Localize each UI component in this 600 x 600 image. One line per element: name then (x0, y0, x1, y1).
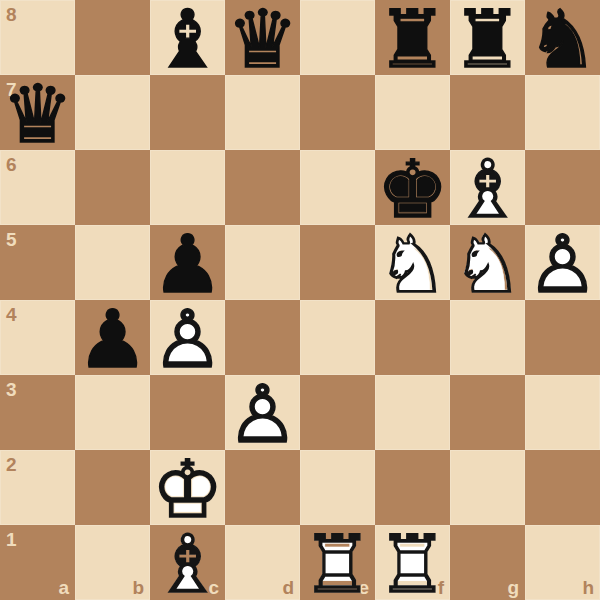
square-f5[interactable]: ♞♘ (375, 225, 450, 300)
square-g6[interactable]: ♝♗ (450, 150, 525, 225)
square-a8[interactable]: 8 (0, 0, 75, 75)
square-d3[interactable]: ♟♙ (225, 375, 300, 450)
square-c8[interactable]: ♝ (150, 0, 225, 75)
piece-glyph-outline: ♖ (300, 527, 375, 600)
square-c7[interactable] (150, 75, 225, 150)
piece-glyph-fill: ♟ (150, 302, 225, 377)
piece-glyph-fill: ♚ (150, 452, 225, 527)
square-b3[interactable] (75, 375, 150, 450)
piece-glyph-fill: ♝ (450, 152, 525, 227)
square-e1[interactable]: e♜♖ (300, 525, 375, 600)
piece-glyph-outline: ♔ (150, 452, 225, 527)
square-d8[interactable]: ♛ (225, 0, 300, 75)
piece-glyph-outline: ♘ (375, 227, 450, 302)
square-d6[interactable] (225, 150, 300, 225)
square-f7[interactable] (375, 75, 450, 150)
rank-label-8: 8 (6, 5, 17, 24)
square-c5[interactable]: ♟ (150, 225, 225, 300)
square-d5[interactable] (225, 225, 300, 300)
piece-glyph-fill: ♜ (300, 527, 375, 600)
piece-glyph-outline: ♙ (150, 302, 225, 377)
piece-glyph-outline: ♙ (225, 377, 300, 452)
square-h4[interactable] (525, 300, 600, 375)
piece-glyph-fill: ♝ (150, 527, 225, 600)
piece-white-pawn-h5[interactable]: ♟♙ (525, 225, 600, 300)
piece-glyph-outline: ♙ (525, 227, 600, 302)
piece-white-rook-e1[interactable]: ♜♖ (300, 525, 375, 600)
square-a5[interactable]: 5 (0, 225, 75, 300)
piece-glyph-fill: ♝ (150, 2, 225, 77)
piece-white-pawn-c4[interactable]: ♟♙ (150, 300, 225, 375)
rank-label-3: 3 (6, 380, 17, 399)
piece-white-pawn-d3[interactable]: ♟♙ (225, 375, 300, 450)
piece-black-rook-f8[interactable]: ♜ (375, 0, 450, 75)
piece-glyph-outline: ♗ (150, 527, 225, 600)
square-a6[interactable]: 6 (0, 150, 75, 225)
square-c3[interactable] (150, 375, 225, 450)
square-b6[interactable] (75, 150, 150, 225)
square-h7[interactable] (525, 75, 600, 150)
square-a2[interactable]: 2 (0, 450, 75, 525)
piece-black-bishop-c8[interactable]: ♝ (150, 0, 225, 75)
square-e7[interactable] (300, 75, 375, 150)
square-g3[interactable] (450, 375, 525, 450)
piece-white-bishop-c1[interactable]: ♝♗ (150, 525, 225, 600)
square-b4[interactable]: ♟ (75, 300, 150, 375)
piece-glyph-fill: ♛ (0, 77, 75, 152)
square-h6[interactable] (525, 150, 600, 225)
square-f8[interactable]: ♜ (375, 0, 450, 75)
square-g2[interactable] (450, 450, 525, 525)
piece-black-queen-a7[interactable]: ♛ (0, 75, 75, 150)
square-f2[interactable] (375, 450, 450, 525)
square-e8[interactable] (300, 0, 375, 75)
file-label-a: a (58, 578, 69, 597)
piece-glyph-fill: ♜ (450, 2, 525, 77)
square-d7[interactable] (225, 75, 300, 150)
chess-board: 8♝♛♜♜♞7♛6♚♝♗5♟♞♘♞♘♟♙4♟♟♙3♟♙2♚♔1abc♝♗de♜♖… (0, 0, 600, 600)
piece-glyph-fill: ♟ (75, 302, 150, 377)
piece-glyph-fill: ♜ (375, 527, 450, 600)
piece-white-rook-f1[interactable]: ♜♖ (375, 525, 450, 600)
piece-glyph-fill: ♛ (225, 2, 300, 77)
square-d2[interactable] (225, 450, 300, 525)
square-a3[interactable]: 3 (0, 375, 75, 450)
piece-black-king-f6[interactable]: ♚ (375, 150, 450, 225)
piece-white-knight-g5[interactable]: ♞♘ (450, 225, 525, 300)
rank-label-4: 4 (6, 305, 17, 324)
square-a1[interactable]: 1a (0, 525, 75, 600)
square-c4[interactable]: ♟♙ (150, 300, 225, 375)
square-h3[interactable] (525, 375, 600, 450)
square-g8[interactable]: ♜ (450, 0, 525, 75)
piece-black-rook-g8[interactable]: ♜ (450, 0, 525, 75)
square-h5[interactable]: ♟♙ (525, 225, 600, 300)
square-f6[interactable]: ♚ (375, 150, 450, 225)
piece-black-knight-h8[interactable]: ♞ (525, 0, 600, 75)
square-g7[interactable] (450, 75, 525, 150)
piece-black-pawn-c5[interactable]: ♟ (150, 225, 225, 300)
piece-white-king-c2[interactable]: ♚♔ (150, 450, 225, 525)
square-g5[interactable]: ♞♘ (450, 225, 525, 300)
rank-label-6: 6 (6, 155, 17, 174)
piece-glyph-outline: ♗ (450, 152, 525, 227)
piece-glyph-outline: ♘ (450, 227, 525, 302)
piece-glyph-fill: ♞ (450, 227, 525, 302)
square-f1[interactable]: f♜♖ (375, 525, 450, 600)
square-h2[interactable] (525, 450, 600, 525)
square-d4[interactable] (225, 300, 300, 375)
piece-glyph-fill: ♟ (150, 227, 225, 302)
piece-glyph-fill: ♞ (375, 227, 450, 302)
square-b5[interactable] (75, 225, 150, 300)
square-c1[interactable]: c♝♗ (150, 525, 225, 600)
file-label-d: d (282, 578, 294, 597)
square-e5[interactable] (300, 225, 375, 300)
square-e2[interactable] (300, 450, 375, 525)
square-c6[interactable] (150, 150, 225, 225)
square-b2[interactable] (75, 450, 150, 525)
piece-glyph-fill: ♚ (375, 152, 450, 227)
square-f3[interactable] (375, 375, 450, 450)
square-a4[interactable]: 4 (0, 300, 75, 375)
piece-glyph-fill: ♞ (525, 2, 600, 77)
square-b1[interactable]: b (75, 525, 150, 600)
piece-black-queen-d8[interactable]: ♛ (225, 0, 300, 75)
piece-glyph-fill: ♟ (225, 377, 300, 452)
rank-label-1: 1 (6, 530, 17, 549)
piece-white-knight-f5[interactable]: ♞♘ (375, 225, 450, 300)
piece-glyph-fill: ♟ (525, 227, 600, 302)
square-e3[interactable] (300, 375, 375, 450)
rank-label-5: 5 (6, 230, 17, 249)
file-label-h: h (582, 578, 594, 597)
square-h8[interactable]: ♞ (525, 0, 600, 75)
piece-white-bishop-g6[interactable]: ♝♗ (450, 150, 525, 225)
square-d1[interactable]: d (225, 525, 300, 600)
square-a7[interactable]: 7♛ (0, 75, 75, 150)
square-g4[interactable] (450, 300, 525, 375)
square-e4[interactable] (300, 300, 375, 375)
file-label-g: g (507, 578, 519, 597)
rank-label-2: 2 (6, 455, 17, 474)
piece-black-pawn-b4[interactable]: ♟ (75, 300, 150, 375)
square-e6[interactable] (300, 150, 375, 225)
square-b8[interactable] (75, 0, 150, 75)
square-b7[interactable] (75, 75, 150, 150)
file-label-b: b (132, 578, 144, 597)
square-g1[interactable]: g (450, 525, 525, 600)
square-c2[interactable]: ♚♔ (150, 450, 225, 525)
square-h1[interactable]: h (525, 525, 600, 600)
piece-glyph-outline: ♖ (375, 527, 450, 600)
square-f4[interactable] (375, 300, 450, 375)
piece-glyph-fill: ♜ (375, 2, 450, 77)
